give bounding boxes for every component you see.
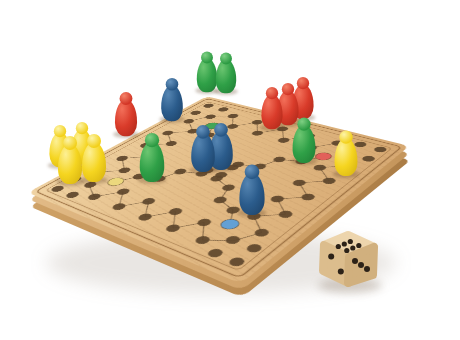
die-pip bbox=[328, 253, 334, 259]
hole[interactable] bbox=[116, 166, 133, 174]
hole[interactable] bbox=[299, 192, 317, 201]
hole[interactable] bbox=[216, 107, 230, 113]
pawn-head bbox=[120, 92, 133, 105]
hole[interactable] bbox=[163, 223, 182, 233]
pawn-head bbox=[220, 53, 232, 65]
pawn-head bbox=[201, 52, 213, 64]
hole[interactable] bbox=[166, 207, 184, 217]
die-pip bbox=[356, 243, 361, 248]
hole[interactable] bbox=[252, 227, 272, 238]
pawn-head bbox=[297, 118, 310, 131]
pawn-blue[interactable] bbox=[238, 165, 265, 218]
pawn-blue[interactable] bbox=[160, 78, 183, 123]
pawn-green[interactable] bbox=[139, 133, 166, 184]
hole[interactable] bbox=[114, 155, 130, 162]
pawn-body bbox=[82, 142, 106, 182]
hole[interactable] bbox=[201, 103, 215, 109]
hole[interactable] bbox=[110, 202, 128, 211]
hole[interactable] bbox=[223, 235, 243, 246]
pawn-head bbox=[145, 133, 159, 147]
hole[interactable] bbox=[360, 155, 377, 163]
hole[interactable] bbox=[64, 191, 81, 200]
die-graphic bbox=[316, 229, 382, 291]
pawn-head bbox=[245, 165, 260, 180]
start-dot-blue bbox=[217, 217, 243, 231]
hole[interactable] bbox=[276, 209, 295, 219]
hole[interactable] bbox=[163, 140, 179, 147]
pawn-green[interactable] bbox=[292, 118, 317, 166]
hole[interactable] bbox=[189, 110, 203, 116]
scene bbox=[0, 0, 460, 340]
hole[interactable] bbox=[290, 179, 308, 188]
hole[interactable] bbox=[115, 187, 132, 196]
die-pip bbox=[348, 239, 353, 244]
pawn-body bbox=[58, 144, 82, 184]
pawn-head bbox=[266, 87, 278, 99]
die-pip bbox=[342, 241, 347, 246]
hole[interactable] bbox=[372, 146, 389, 153]
die-pip bbox=[358, 262, 364, 268]
hole[interactable] bbox=[220, 183, 238, 192]
pawn-red[interactable] bbox=[261, 87, 284, 131]
die-pip bbox=[338, 269, 344, 275]
pawn-head bbox=[76, 122, 88, 134]
pawn-yellow[interactable] bbox=[334, 131, 359, 179]
hole[interactable] bbox=[268, 194, 286, 203]
pawn-yellow[interactable] bbox=[57, 136, 83, 186]
hole[interactable] bbox=[203, 114, 218, 120]
pawn-head bbox=[214, 123, 228, 137]
hole[interactable] bbox=[276, 137, 292, 144]
hole[interactable] bbox=[271, 156, 288, 164]
die-pip bbox=[352, 258, 358, 264]
pawn-head bbox=[166, 78, 179, 91]
pawn-head bbox=[87, 134, 101, 148]
pawn-head bbox=[63, 136, 77, 150]
pawn-head bbox=[282, 83, 294, 95]
die-pip bbox=[364, 266, 370, 272]
pawn-yellow[interactable] bbox=[81, 134, 107, 184]
hole[interactable] bbox=[140, 197, 158, 206]
hole[interactable] bbox=[195, 217, 214, 227]
pawn-green[interactable] bbox=[215, 53, 237, 96]
pawn-head bbox=[196, 125, 210, 139]
hole[interactable] bbox=[172, 168, 189, 176]
hole[interactable] bbox=[205, 247, 225, 258]
pawn-blue[interactable] bbox=[190, 125, 215, 174]
die-pip bbox=[344, 248, 349, 253]
die[interactable] bbox=[316, 229, 382, 291]
hole[interactable] bbox=[86, 192, 104, 201]
start-dot-yellow bbox=[104, 176, 127, 187]
hole[interactable] bbox=[136, 212, 155, 222]
die-pip bbox=[350, 245, 355, 250]
pawn-red[interactable] bbox=[114, 92, 138, 138]
pawn-head bbox=[339, 131, 352, 144]
hole[interactable] bbox=[211, 195, 229, 204]
die-pip bbox=[336, 244, 341, 249]
